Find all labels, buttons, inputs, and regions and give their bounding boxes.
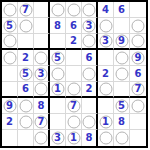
odd-cell-circle <box>19 19 32 32</box>
cell-r3c5[interactable]: 2 <box>66 34 82 50</box>
cell-r7c4[interactable] <box>50 98 66 114</box>
given-digit: 2 <box>86 84 93 94</box>
odd-cell-circle <box>3 51 16 64</box>
given-digit: 2 <box>22 53 29 63</box>
given-digit: 4 <box>102 5 109 15</box>
cell-r1c3[interactable] <box>34 2 50 18</box>
cell-r6c6[interactable]: 2 <box>82 82 98 98</box>
odd-cell-circle <box>99 132 112 145</box>
cell-r5c1[interactable] <box>2 66 18 82</box>
given-digit: 5 <box>22 69 29 79</box>
cell-r8c9[interactable] <box>130 114 146 130</box>
cell-r5c8[interactable] <box>114 66 130 82</box>
odd-cell-circle <box>99 83 112 96</box>
given-digit: 8 <box>118 117 125 127</box>
cell-r3c2[interactable] <box>18 34 34 50</box>
cell-r5c3[interactable]: 3 <box>34 66 50 82</box>
cell-r9c8[interactable] <box>114 130 130 146</box>
odd-cell-circle <box>115 51 128 64</box>
odd-cell-circle <box>3 35 16 48</box>
cell-r4c7[interactable] <box>98 50 114 66</box>
given-digit: 6 <box>118 5 125 15</box>
cell-r6c5[interactable] <box>66 82 82 98</box>
odd-cell-circle <box>132 19 145 32</box>
sudoku-board: 746586323925695326612798752718318 <box>0 0 148 148</box>
cell-r8c4[interactable] <box>50 114 66 130</box>
given-digit: 9 <box>135 53 142 63</box>
odd-cell-circle <box>3 3 16 16</box>
cell-r4c9[interactable]: 9 <box>130 50 146 66</box>
odd-cell-circle <box>19 115 32 128</box>
given-digit: 7 <box>70 101 77 111</box>
cell-r6c4[interactable]: 1 <box>50 82 66 98</box>
given-digit: 7 <box>38 117 45 127</box>
given-digit: 2 <box>102 69 109 79</box>
cell-r9c9[interactable] <box>130 130 146 146</box>
given-digit: 8 <box>86 133 93 143</box>
given-digit: 6 <box>135 69 142 79</box>
cell-r1c4[interactable] <box>50 2 66 18</box>
cell-r3c6[interactable] <box>82 34 98 50</box>
odd-cell-circle <box>115 132 128 145</box>
cell-r3c9[interactable] <box>130 34 146 50</box>
cell-r8c6[interactable] <box>82 114 98 130</box>
odd-cell-circle <box>67 115 80 128</box>
cell-r7c1[interactable]: 9 <box>2 98 18 114</box>
cell-r3c7[interactable]: 3 <box>98 34 114 50</box>
given-digit: 5 <box>118 101 125 111</box>
cell-r3c1[interactable] <box>2 34 18 50</box>
given-digit: 3 <box>38 69 45 79</box>
given-digit: 2 <box>6 117 13 127</box>
cell-r5c9[interactable]: 6 <box>130 66 146 82</box>
given-digit: 6 <box>70 21 77 31</box>
cell-r7c2[interactable] <box>18 98 34 114</box>
given-digit: 1 <box>70 133 77 143</box>
cell-r1c6[interactable] <box>82 2 98 18</box>
odd-cell-circle <box>115 67 128 80</box>
cell-r1c2[interactable]: 7 <box>18 2 34 18</box>
cell-r9c4[interactable]: 3 <box>50 130 66 146</box>
odd-cell-circle <box>19 99 32 112</box>
cell-r9c2[interactable] <box>18 130 34 146</box>
cell-r7c8[interactable]: 5 <box>114 98 130 114</box>
cell-r4c8[interactable] <box>114 50 130 66</box>
given-digit: 7 <box>22 5 29 15</box>
cell-r5c4[interactable] <box>50 66 66 82</box>
given-digit: 2 <box>70 36 77 46</box>
cell-r8c2[interactable] <box>18 114 34 130</box>
given-digit: 8 <box>38 101 45 111</box>
cell-r6c1[interactable] <box>2 82 18 98</box>
cell-r9c5[interactable]: 1 <box>66 130 82 146</box>
cell-r2c6[interactable]: 3 <box>82 18 98 34</box>
odd-cell-circle <box>35 83 48 96</box>
cell-r2c3[interactable] <box>34 18 50 34</box>
odd-cell-circle <box>67 83 80 96</box>
given-digit: 3 <box>102 36 109 46</box>
cell-r8c7[interactable]: 1 <box>98 114 114 130</box>
cell-r7c6[interactable] <box>82 98 98 114</box>
cell-r8c1[interactable]: 2 <box>2 114 18 130</box>
cell-r8c3[interactable]: 7 <box>34 114 50 130</box>
cell-r6c2[interactable]: 6 <box>18 82 34 98</box>
odd-cell-circle <box>83 35 96 48</box>
cell-r2c1[interactable]: 5 <box>2 18 18 34</box>
cell-r1c9[interactable] <box>130 2 146 18</box>
cell-r6c7[interactable] <box>98 82 114 98</box>
odd-cell-circle <box>35 51 48 64</box>
cell-r1c7[interactable]: 4 <box>98 2 114 18</box>
given-digit: 9 <box>118 36 125 46</box>
odd-cell-circle <box>132 99 145 112</box>
odd-cell-circle <box>35 132 48 145</box>
cell-r7c5[interactable]: 7 <box>66 98 82 114</box>
given-digit: 5 <box>54 53 61 63</box>
cell-r5c2[interactable]: 5 <box>18 66 34 82</box>
given-digit: 1 <box>102 117 109 127</box>
odd-cell-circle <box>83 115 96 128</box>
given-digit: 6 <box>22 84 29 94</box>
cell-r6c8[interactable] <box>114 82 130 98</box>
cell-r2c9[interactable] <box>130 18 146 34</box>
given-digit: 3 <box>86 21 93 31</box>
odd-cell-circle <box>67 3 80 16</box>
cell-r2c2[interactable] <box>18 18 34 34</box>
cell-r8c8[interactable]: 8 <box>114 114 130 130</box>
given-digit: 5 <box>6 21 13 31</box>
cell-r4c4[interactable]: 5 <box>50 50 66 66</box>
cell-r1c5[interactable] <box>66 2 82 18</box>
cell-r1c1[interactable] <box>2 2 18 18</box>
given-digit: 7 <box>135 84 142 94</box>
given-digit: 3 <box>54 133 61 143</box>
cell-r5c7[interactable]: 2 <box>98 66 114 82</box>
cell-r9c6[interactable]: 8 <box>82 130 98 146</box>
odd-cell-circle <box>99 19 112 32</box>
given-digit: 6 <box>86 53 93 63</box>
cell-r2c5[interactable]: 6 <box>66 18 82 34</box>
cell-r8c5[interactable] <box>66 114 82 130</box>
cell-r5c5[interactable] <box>66 66 82 82</box>
given-digit: 8 <box>54 21 61 31</box>
cell-r7c7[interactable] <box>98 98 114 114</box>
given-digit: 9 <box>6 101 13 111</box>
cell-r9c7[interactable] <box>98 130 114 146</box>
odd-cell-circle <box>51 67 64 80</box>
cell-r4c2[interactable]: 2 <box>18 50 34 66</box>
cell-r1c8[interactable]: 6 <box>114 2 130 18</box>
cell-r4c3[interactable] <box>34 50 50 66</box>
cell-r6c3[interactable] <box>34 82 50 98</box>
cell-r2c8[interactable] <box>114 18 130 34</box>
cell-r4c5[interactable] <box>66 50 82 66</box>
cell-r4c6[interactable]: 6 <box>82 50 98 66</box>
cell-r9c1[interactable] <box>2 130 18 146</box>
odd-cell-circle <box>83 67 96 80</box>
cell-r3c4[interactable] <box>50 34 66 50</box>
cell-r9c3[interactable] <box>34 130 50 146</box>
odd-cell-circle <box>132 35 145 48</box>
cell-r2c4[interactable]: 8 <box>50 18 66 34</box>
cell-r3c8[interactable]: 9 <box>114 34 130 50</box>
cell-r7c9[interactable] <box>130 98 146 114</box>
given-digit: 1 <box>54 84 61 94</box>
odd-cell-circle <box>51 3 64 16</box>
cell-r4c1[interactable] <box>2 50 18 66</box>
cell-r2c7[interactable] <box>98 18 114 34</box>
cell-r7c3[interactable]: 8 <box>34 98 50 114</box>
odd-cell-circle <box>83 3 96 16</box>
cell-r5c6[interactable] <box>82 66 98 82</box>
cell-r3c3[interactable] <box>34 34 50 50</box>
cell-r6c9[interactable]: 7 <box>130 82 146 98</box>
